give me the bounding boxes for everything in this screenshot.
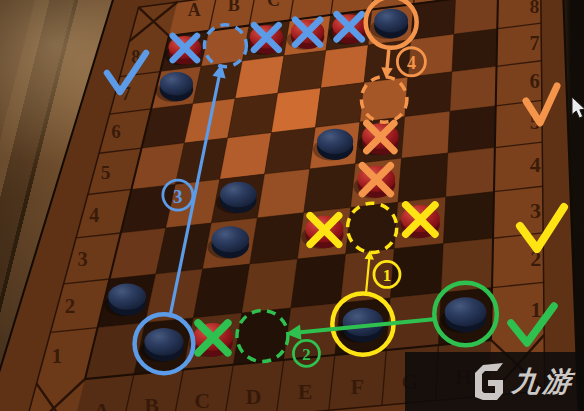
mouse-cursor-icon [572,97,584,118]
rank-label-left-5: 5 [101,162,111,183]
svg-text:4: 4 [407,53,416,73]
file-label-bottom-A: A [94,398,110,411]
file-label-bottom-C: C [194,388,210,411]
file-label-bottom-D: D [245,384,261,409]
rank-label-right-8: 8 [529,0,539,17]
square-D3[interactable] [250,213,304,264]
file-label-top-A: A [188,0,201,20]
svg-text:1: 1 [383,266,392,285]
file-label-bottom-E: E [298,379,313,404]
square-C2[interactable] [193,264,250,318]
rank-label-right-4: 4 [530,153,541,177]
square-H8[interactable] [454,0,498,34]
rank-label-left-3: 3 [77,248,87,270]
rank-label-right-1: 1 [531,297,542,322]
square-D2[interactable] [242,259,298,313]
move-badge-1: 1 [374,261,400,287]
square-D1[interactable] [233,308,291,365]
svg-text:2: 2 [302,345,311,364]
square-E6[interactable] [315,83,364,128]
move-badge-2: 2 [293,340,319,366]
file-label-top-D: D [307,0,320,4]
checkers-board: AABBCCDDEEFFGGHH88776655443322111234 [0,0,584,411]
square-C6[interactable] [228,93,278,138]
rank-label-left-2: 2 [65,294,76,318]
rank-label-right-7: 7 [530,32,540,54]
square-G6[interactable] [405,72,452,117]
square-H4[interactable] [446,148,495,197]
rank-label-left-1: 1 [52,344,63,368]
rank-label-right-6: 6 [530,70,540,92]
square-H6[interactable] [450,66,497,111]
rank-label-right-3: 3 [530,198,541,223]
file-label-bottom-F: F [351,374,364,399]
square-H3[interactable] [443,192,494,244]
file-label-bottom-B: B [144,393,159,411]
game-screenshot: AABBCCDDEEFFGGHH88776655443322111234 九游 [0,0,584,411]
move-badge-4: 4 [397,48,425,76]
rank-label-left-6: 6 [111,121,121,142]
watermark-text: 九游 [511,368,575,396]
rank-label-left-4: 4 [89,204,99,226]
jiuyou-logo-icon [473,363,505,401]
square-C7[interactable] [235,56,284,99]
square-G4[interactable] [398,153,448,202]
watermark-bar: 九游 [405,352,584,411]
move-badge-3: 3 [163,180,193,210]
svg-text:3: 3 [173,186,183,207]
square-D5[interactable] [265,127,316,174]
square-G5[interactable] [402,111,451,158]
square-H5[interactable] [448,106,496,153]
square-D6[interactable] [271,88,320,133]
square-E4[interactable] [304,164,356,213]
square-H7[interactable] [452,29,497,72]
square-D7[interactable] [278,51,326,94]
square-C5[interactable] [220,133,272,180]
file-label-top-C: C [267,0,280,10]
file-label-top-B: B [228,0,240,15]
square-E7[interactable] [321,45,368,88]
square-D4[interactable] [257,169,309,218]
square-E2[interactable] [291,254,346,308]
